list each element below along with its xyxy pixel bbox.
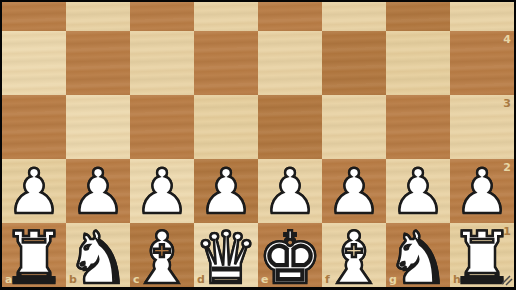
square-c2[interactable]: ♟ <box>130 159 194 223</box>
square-g3[interactable] <box>386 95 450 159</box>
square-b1[interactable]: ♞b <box>66 223 130 287</box>
white-bishop[interactable]: ♝ <box>130 222 195 290</box>
square-c5[interactable] <box>130 2 194 31</box>
square-a4[interactable] <box>2 31 66 95</box>
square-c1[interactable]: ♝c <box>130 223 194 287</box>
board-grip-icon <box>501 274 513 286</box>
white-queen[interactable]: ♛ <box>194 222 259 290</box>
square-f2[interactable]: ♟ <box>322 159 386 223</box>
square-h3[interactable]: 3 <box>450 95 514 159</box>
square-b2[interactable]: ♟ <box>66 159 130 223</box>
square-f5[interactable] <box>322 2 386 31</box>
white-pawn[interactable]: ♟ <box>262 161 318 223</box>
white-knight[interactable]: ♞ <box>66 222 131 290</box>
rank-label-3: 3 <box>503 98 511 109</box>
square-h2[interactable]: ♟2 <box>450 159 514 223</box>
square-e4[interactable] <box>258 31 322 95</box>
square-d2[interactable]: ♟ <box>194 159 258 223</box>
square-g4[interactable] <box>386 31 450 95</box>
square-c4[interactable] <box>130 31 194 95</box>
square-f4[interactable] <box>322 31 386 95</box>
square-a1[interactable]: ♜a <box>2 223 66 287</box>
square-h5[interactable] <box>450 2 514 31</box>
square-h4[interactable]: 4 <box>450 31 514 95</box>
square-c3[interactable] <box>130 95 194 159</box>
square-e5[interactable] <box>258 2 322 31</box>
square-e3[interactable] <box>258 95 322 159</box>
square-b5[interactable] <box>66 2 130 31</box>
square-d5[interactable] <box>194 2 258 31</box>
square-g5[interactable] <box>386 2 450 31</box>
rank-label-4: 4 <box>503 34 511 45</box>
white-pawn[interactable]: ♟ <box>390 161 446 223</box>
white-knight[interactable]: ♞ <box>386 222 451 290</box>
square-a3[interactable] <box>2 95 66 159</box>
square-a2[interactable]: ♟ <box>2 159 66 223</box>
square-b4[interactable] <box>66 31 130 95</box>
square-e2[interactable]: ♟ <box>258 159 322 223</box>
white-pawn[interactable]: ♟ <box>70 161 126 223</box>
chess-board: 43♟♟♟♟♟♟♟♟2♜a♞b♝c♛d♚e♝f♞g♜1h <box>2 2 514 287</box>
white-pawn[interactable]: ♟ <box>6 161 62 223</box>
square-f1[interactable]: ♝f <box>322 223 386 287</box>
square-d1[interactable]: ♛d <box>194 223 258 287</box>
app-frame: 43♟♟♟♟♟♟♟♟2♜a♞b♝c♛d♚e♝f♞g♜1h <box>0 0 516 290</box>
square-h1[interactable]: ♜1h <box>450 223 514 287</box>
square-b3[interactable] <box>66 95 130 159</box>
white-king[interactable]: ♚ <box>258 222 323 290</box>
white-pawn[interactable]: ♟ <box>198 161 254 223</box>
square-d4[interactable] <box>194 31 258 95</box>
white-pawn[interactable]: ♟ <box>134 161 190 223</box>
white-bishop[interactable]: ♝ <box>322 222 387 290</box>
white-pawn[interactable]: ♟ <box>454 161 510 223</box>
square-d3[interactable] <box>194 95 258 159</box>
square-f3[interactable] <box>322 95 386 159</box>
square-g1[interactable]: ♞g <box>386 223 450 287</box>
square-e1[interactable]: ♚e <box>258 223 322 287</box>
square-a5[interactable] <box>2 2 66 31</box>
white-pawn[interactable]: ♟ <box>326 161 382 223</box>
white-rook[interactable]: ♜ <box>2 222 67 290</box>
square-g2[interactable]: ♟ <box>386 159 450 223</box>
